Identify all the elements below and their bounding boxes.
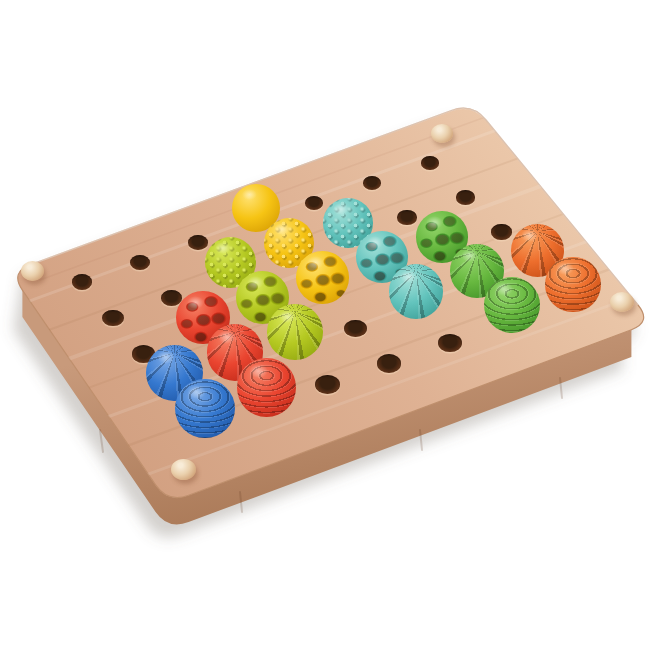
ball-orange-ribbed[interactable] xyxy=(545,257,601,313)
ball-yellow-cratered[interactable] xyxy=(296,251,349,304)
hole-c5-r0[interactable] xyxy=(363,176,381,190)
pegboard-scene xyxy=(0,0,660,660)
ball-green-ribbed[interactable] xyxy=(484,277,540,333)
hole-c4-r4[interactable] xyxy=(438,334,462,352)
ball-lime-grooved[interactable] xyxy=(267,304,323,360)
hole-c3-r3[interactable] xyxy=(344,320,367,337)
hole-c0-r1[interactable] xyxy=(102,310,124,326)
hole-c3-r4[interactable] xyxy=(377,354,401,372)
corner-peg-left xyxy=(21,261,44,281)
corner-peg-bottom xyxy=(171,459,196,480)
hole-c2-r4[interactable] xyxy=(315,375,340,394)
hole-c0-r0[interactable] xyxy=(72,274,93,289)
ball-red-ribbed[interactable] xyxy=(237,358,296,417)
hole-c2-r0[interactable] xyxy=(188,235,208,250)
ball-teal-grooved[interactable] xyxy=(389,264,443,318)
ball-blue-ribbed[interactable] xyxy=(175,379,234,438)
corner-peg-right xyxy=(610,292,634,312)
hole-c5-r1[interactable] xyxy=(397,210,416,224)
corner-peg-top xyxy=(431,124,453,143)
hole-c1-r0[interactable] xyxy=(130,255,150,270)
hole-c6-r2[interactable] xyxy=(491,224,511,239)
hole-c6-r0[interactable] xyxy=(421,156,439,169)
hole-c6-r1[interactable] xyxy=(456,190,475,204)
hole-c4-r0[interactable] xyxy=(305,196,324,210)
wooden-board xyxy=(0,0,660,660)
